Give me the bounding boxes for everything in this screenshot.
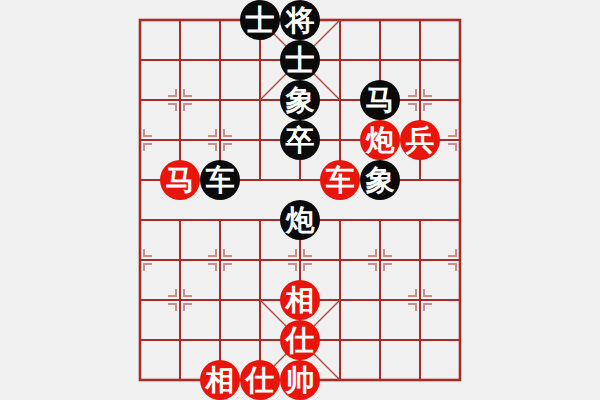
piece-red-soldier[interactable]: 兵 (400, 120, 440, 160)
piece-black-advisor[interactable]: 士 (280, 40, 320, 80)
xiangqi-board-screen: 士将士象马卒炮兵马车车象炮相仕相仕帅 (0, 0, 600, 400)
piece-black-horse[interactable]: 马 (360, 80, 400, 120)
piece-red-advisor[interactable]: 仕 (280, 320, 320, 360)
piece-red-elephant[interactable]: 相 (280, 280, 320, 320)
piece-black-cannon[interactable]: 炮 (280, 200, 320, 240)
piece-black-elephant[interactable]: 象 (280, 80, 320, 120)
piece-black-chariot[interactable]: 车 (200, 160, 240, 200)
piece-red-chariot[interactable]: 车 (320, 160, 360, 200)
piece-red-advisor[interactable]: 仕 (240, 360, 280, 400)
piece-black-soldier[interactable]: 卒 (280, 120, 320, 160)
piece-black-advisor[interactable]: 士 (240, 0, 280, 40)
board-pieces: 士将士象马卒炮兵马车车象炮相仕相仕帅 (120, 0, 480, 400)
piece-red-general[interactable]: 帅 (280, 360, 320, 400)
piece-red-horse[interactable]: 马 (160, 160, 200, 200)
piece-black-general[interactable]: 将 (280, 0, 320, 40)
piece-red-cannon[interactable]: 炮 (360, 120, 400, 160)
piece-black-elephant[interactable]: 象 (360, 160, 400, 200)
piece-red-elephant[interactable]: 相 (200, 360, 240, 400)
